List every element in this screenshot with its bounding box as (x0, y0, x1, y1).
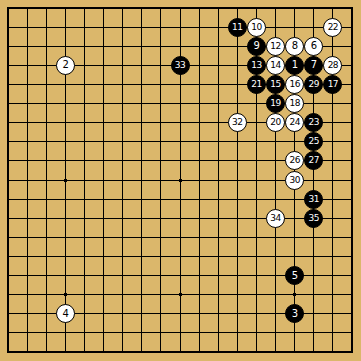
grid-hline (8, 237, 352, 238)
grid-hline (8, 332, 352, 333)
stone-black-31: 31 (304, 190, 323, 209)
stone-white-8: 8 (285, 37, 304, 56)
grid-vline (237, 8, 238, 352)
move-number: 28 (328, 61, 338, 70)
go-board[interactable]: 1234567891011121314151617181920212223242… (0, 0, 361, 361)
stone-white-14: 14 (266, 56, 285, 75)
star-point (179, 179, 182, 182)
move-number: 4 (62, 309, 68, 319)
move-number: 32 (232, 118, 242, 127)
stone-black-35: 35 (304, 209, 323, 228)
move-number: 27 (309, 156, 319, 165)
move-number: 14 (270, 61, 280, 70)
stone-black-1: 1 (285, 56, 304, 75)
stone-black-29: 29 (304, 75, 323, 94)
stone-white-24: 24 (285, 113, 304, 132)
move-number: 12 (270, 42, 280, 51)
move-number: 11 (232, 23, 242, 32)
stone-black-9: 9 (247, 37, 266, 56)
move-number: 24 (289, 118, 299, 127)
move-number: 20 (270, 118, 280, 127)
move-number: 10 (251, 23, 261, 32)
star-point (293, 293, 296, 296)
stone-black-11: 11 (228, 18, 247, 37)
stone-white-4: 4 (56, 304, 75, 323)
stone-black-27: 27 (304, 151, 323, 170)
grid-hline (8, 199, 352, 200)
move-number: 29 (309, 80, 319, 89)
move-number: 23 (309, 118, 319, 127)
stone-black-17: 17 (323, 75, 342, 94)
star-point (179, 293, 182, 296)
grid-hline (8, 218, 352, 219)
stone-black-33: 33 (171, 56, 190, 75)
stone-white-16: 16 (285, 75, 304, 94)
grid-hline (8, 256, 352, 257)
move-number: 21 (251, 80, 261, 89)
move-number: 9 (254, 41, 260, 51)
stone-white-20: 20 (266, 113, 285, 132)
stone-white-26: 26 (285, 151, 304, 170)
move-number: 6 (311, 41, 317, 51)
move-number: 16 (289, 80, 299, 89)
move-number: 15 (270, 80, 280, 89)
stone-white-2: 2 (56, 56, 75, 75)
move-number: 19 (270, 99, 280, 108)
move-number: 30 (289, 176, 299, 185)
stone-white-10: 10 (247, 18, 266, 37)
stone-white-6: 6 (304, 37, 323, 56)
star-point (64, 293, 67, 296)
move-number: 1 (292, 60, 298, 70)
stone-white-34: 34 (266, 209, 285, 228)
move-number: 34 (270, 214, 280, 223)
stone-black-7: 7 (304, 56, 323, 75)
move-number: 25 (309, 137, 319, 146)
stone-black-21: 21 (247, 75, 266, 94)
move-number: 8 (292, 41, 298, 51)
grid-vline (199, 8, 200, 352)
stone-white-18: 18 (285, 94, 304, 113)
move-number: 17 (328, 80, 338, 89)
stone-black-23: 23 (304, 113, 323, 132)
stone-black-15: 15 (266, 75, 285, 94)
move-number: 7 (311, 60, 317, 70)
move-number: 3 (292, 309, 298, 319)
stone-black-13: 13 (247, 56, 266, 75)
star-point (64, 179, 67, 182)
move-number: 33 (175, 61, 185, 70)
move-number: 2 (62, 60, 68, 70)
move-number: 26 (289, 156, 299, 165)
stone-white-28: 28 (323, 56, 342, 75)
move-number: 31 (309, 195, 319, 204)
grid-vline (218, 8, 219, 352)
stone-white-12: 12 (266, 37, 285, 56)
stone-white-32: 32 (228, 113, 247, 132)
move-number: 22 (328, 23, 338, 32)
stone-black-19: 19 (266, 94, 285, 113)
move-number: 13 (251, 61, 261, 70)
move-number: 5 (292, 271, 298, 281)
move-number: 18 (289, 99, 299, 108)
stone-black-5: 5 (285, 266, 304, 285)
stone-white-30: 30 (285, 171, 304, 190)
stone-black-25: 25 (304, 132, 323, 151)
stone-black-3: 3 (285, 304, 304, 323)
move-number: 35 (309, 214, 319, 223)
stone-white-22: 22 (323, 18, 342, 37)
